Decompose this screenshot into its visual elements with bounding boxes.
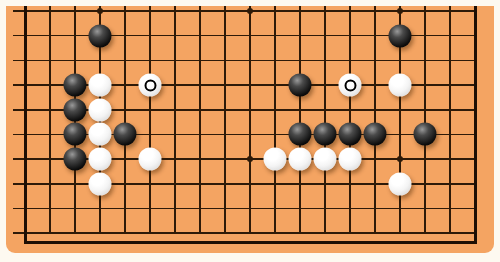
board-intersection[interactable] [163,23,188,48]
white-stone [89,123,112,146]
white-stone [389,172,412,195]
black-stone [364,123,387,146]
board-intersection[interactable] [113,73,138,98]
board-intersection[interactable] [163,6,188,23]
white-stone [89,172,112,195]
board-intersection[interactable] [138,196,163,221]
star-point [97,8,103,14]
board-intersection[interactable] [163,97,188,122]
white-stone [339,148,362,171]
board-intersection[interactable] [388,48,413,73]
board-intersection[interactable] [213,97,238,122]
board-intersection[interactable] [113,23,138,48]
board-intersection[interactable] [63,48,88,73]
board-intersection[interactable] [138,171,163,196]
board-intersection[interactable] [438,122,463,147]
board-intersection[interactable] [238,48,263,73]
board-intersection[interactable] [313,171,338,196]
board-intersection[interactable] [138,73,163,98]
board-intersection[interactable] [63,97,88,122]
board-intersection[interactable] [213,6,238,23]
board-intersection[interactable] [338,196,363,221]
board-intersection[interactable] [188,97,213,122]
board-intersection[interactable] [413,23,438,48]
board-intersection[interactable] [113,122,138,147]
black-stone [289,123,312,146]
board-intersection[interactable] [213,48,238,73]
board-intersection[interactable] [138,147,163,172]
white-stone [389,74,412,97]
board-intersection[interactable] [313,48,338,73]
board-intersection[interactable] [163,196,188,221]
board-intersection[interactable] [288,196,313,221]
black-stone [114,123,137,146]
board-left-edge [24,6,27,244]
board-intersection[interactable] [438,171,463,196]
white-stone [139,148,162,171]
board-intersection[interactable] [188,147,213,172]
board-intersection[interactable] [63,196,88,221]
board-intersection[interactable] [313,97,338,122]
board-intersection[interactable] [263,97,288,122]
board-intersection[interactable] [413,147,438,172]
star-point [397,156,403,162]
board-intersection[interactable] [138,122,163,147]
board-intersection[interactable] [413,97,438,122]
board-intersection[interactable] [113,6,138,23]
white-stone [89,98,112,121]
board-intersection[interactable] [438,23,463,48]
board-intersection[interactable] [38,196,63,221]
board-intersection[interactable] [363,23,388,48]
board-intersection[interactable] [38,147,63,172]
black-stone [414,123,437,146]
board-intersection[interactable] [263,48,288,73]
board-intersection[interactable] [313,23,338,48]
board-intersection[interactable] [338,171,363,196]
board-intersection[interactable] [413,196,438,221]
black-stone [64,123,87,146]
board-intersection[interactable] [63,73,88,98]
board-intersection[interactable] [88,196,113,221]
board-intersection[interactable] [288,97,313,122]
board-intersection[interactable] [38,48,63,73]
star-point [247,156,253,162]
go-board[interactable] [13,6,488,246]
white-stone [289,148,312,171]
white-stone [339,74,362,97]
star-point [247,8,253,14]
board-intersection[interactable] [288,171,313,196]
board-intersection[interactable] [163,48,188,73]
board-intersection[interactable] [88,6,113,23]
board-intersection[interactable] [263,196,288,221]
board-intersection[interactable] [313,122,338,147]
board-intersection[interactable] [38,73,63,98]
board-intersection[interactable] [163,73,188,98]
board-intersection[interactable] [188,73,213,98]
board-intersection[interactable] [363,6,388,23]
board-intersection[interactable] [113,147,138,172]
board-intersection[interactable] [438,48,463,73]
white-stone [89,148,112,171]
board-intersection[interactable] [313,147,338,172]
board-intersection[interactable] [238,196,263,221]
black-stone [64,148,87,171]
circle-mark-icon [344,79,356,91]
board-intersection[interactable] [338,97,363,122]
board-intersection[interactable] [238,97,263,122]
black-stone [89,24,112,47]
board-intersection[interactable] [213,122,238,147]
board-intersection[interactable] [238,122,263,147]
board-intersection[interactable] [38,171,63,196]
board-intersection[interactable] [363,97,388,122]
board-intersection[interactable] [413,171,438,196]
board-intersection[interactable] [413,6,438,23]
board-intersection[interactable] [88,171,113,196]
board-intersection[interactable] [263,171,288,196]
board-intersection[interactable] [388,147,413,172]
board-intersection[interactable] [88,147,113,172]
board-bottom-frame [24,241,477,244]
board-intersection[interactable] [288,147,313,172]
board-intersection[interactable] [263,73,288,98]
star-point [397,8,403,14]
board-intersection[interactable] [238,147,263,172]
board-intersection[interactable] [338,48,363,73]
board-intersection[interactable] [313,73,338,98]
board-intersection[interactable] [63,147,88,172]
board-intersection[interactable] [213,73,238,98]
board-intersection[interactable] [63,6,88,23]
board-intersection[interactable] [263,23,288,48]
board-intersection[interactable] [113,48,138,73]
board-intersection[interactable] [38,23,63,48]
board-intersection[interactable] [38,122,63,147]
board-intersection[interactable] [188,48,213,73]
board-intersection[interactable] [88,23,113,48]
board-intersection[interactable] [163,122,188,147]
board-intersection[interactable] [363,48,388,73]
board-intersection[interactable] [388,23,413,48]
board-intersection[interactable] [313,6,338,23]
board-intersection[interactable] [188,23,213,48]
board-intersection[interactable] [338,73,363,98]
board-intersection[interactable] [413,73,438,98]
board-intersection[interactable] [188,122,213,147]
white-stone [264,148,287,171]
board-intersection[interactable] [313,196,338,221]
board-intersection[interactable] [388,6,413,23]
black-stone [389,24,412,47]
white-stone [139,74,162,97]
board-intersection[interactable] [438,196,463,221]
board-intersection[interactable] [188,196,213,221]
board-intersection[interactable] [263,147,288,172]
board-intersection[interactable] [213,196,238,221]
board-intersection[interactable] [363,147,388,172]
board-intersection[interactable] [88,48,113,73]
board-right-edge [474,6,477,244]
board-intersection[interactable] [438,97,463,122]
board-intersection[interactable] [38,97,63,122]
board-intersection[interactable] [288,6,313,23]
black-stone [64,74,87,97]
board-intersection[interactable] [88,122,113,147]
board-intersection[interactable] [38,6,63,23]
board-intersection[interactable] [388,97,413,122]
board-intersection[interactable] [288,122,313,147]
board-intersection[interactable] [138,23,163,48]
circle-mark-icon [144,79,156,91]
white-stone [89,74,112,97]
black-stone [64,98,87,121]
board-intersection[interactable] [438,73,463,98]
board-intersection[interactable] [338,23,363,48]
board-intersection[interactable] [188,6,213,23]
black-stone [289,74,312,97]
board-intersection[interactable] [238,171,263,196]
board-intersection[interactable] [213,171,238,196]
board-intersection[interactable] [63,122,88,147]
board-intersection[interactable] [113,97,138,122]
board-intersection[interactable] [288,73,313,98]
board-intersection[interactable] [263,6,288,23]
board-intersection[interactable] [438,147,463,172]
board-intersection[interactable] [63,23,88,48]
board-intersection[interactable] [88,73,113,98]
board-intersection[interactable] [113,171,138,196]
board-intersection[interactable] [363,196,388,221]
board-intersection[interactable] [138,48,163,73]
board-intersection[interactable] [338,6,363,23]
board-intersection[interactable] [363,73,388,98]
board-intersection[interactable] [413,122,438,147]
board-intersection[interactable] [388,73,413,98]
board-intersection[interactable] [138,97,163,122]
board-intersection[interactable] [388,122,413,147]
board-intersection[interactable] [338,147,363,172]
black-stone [339,123,362,146]
board-intersection[interactable] [263,122,288,147]
board-intersection[interactable] [138,6,163,23]
board-intersection[interactable] [413,48,438,73]
board-intersection[interactable] [213,23,238,48]
board-intersection[interactable] [188,171,213,196]
board-intersection[interactable] [163,147,188,172]
board-intersection[interactable] [388,171,413,196]
board-intersection[interactable] [363,122,388,147]
white-stone [314,148,337,171]
board-intersection[interactable] [238,73,263,98]
board-intersection[interactable] [288,23,313,48]
go-board-panel [6,6,494,253]
board-intersection[interactable] [288,48,313,73]
black-stone [314,123,337,146]
board-intersection[interactable] [163,171,188,196]
board-intersection[interactable] [63,171,88,196]
board-intersection[interactable] [88,97,113,122]
board-intersection[interactable] [238,23,263,48]
board-intersection[interactable] [238,6,263,23]
board-intersection[interactable] [438,6,463,23]
board-intersection[interactable] [363,171,388,196]
board-intersection[interactable] [113,196,138,221]
board-intersection[interactable] [213,147,238,172]
board-intersection[interactable] [388,196,413,221]
board-intersection[interactable] [338,122,363,147]
